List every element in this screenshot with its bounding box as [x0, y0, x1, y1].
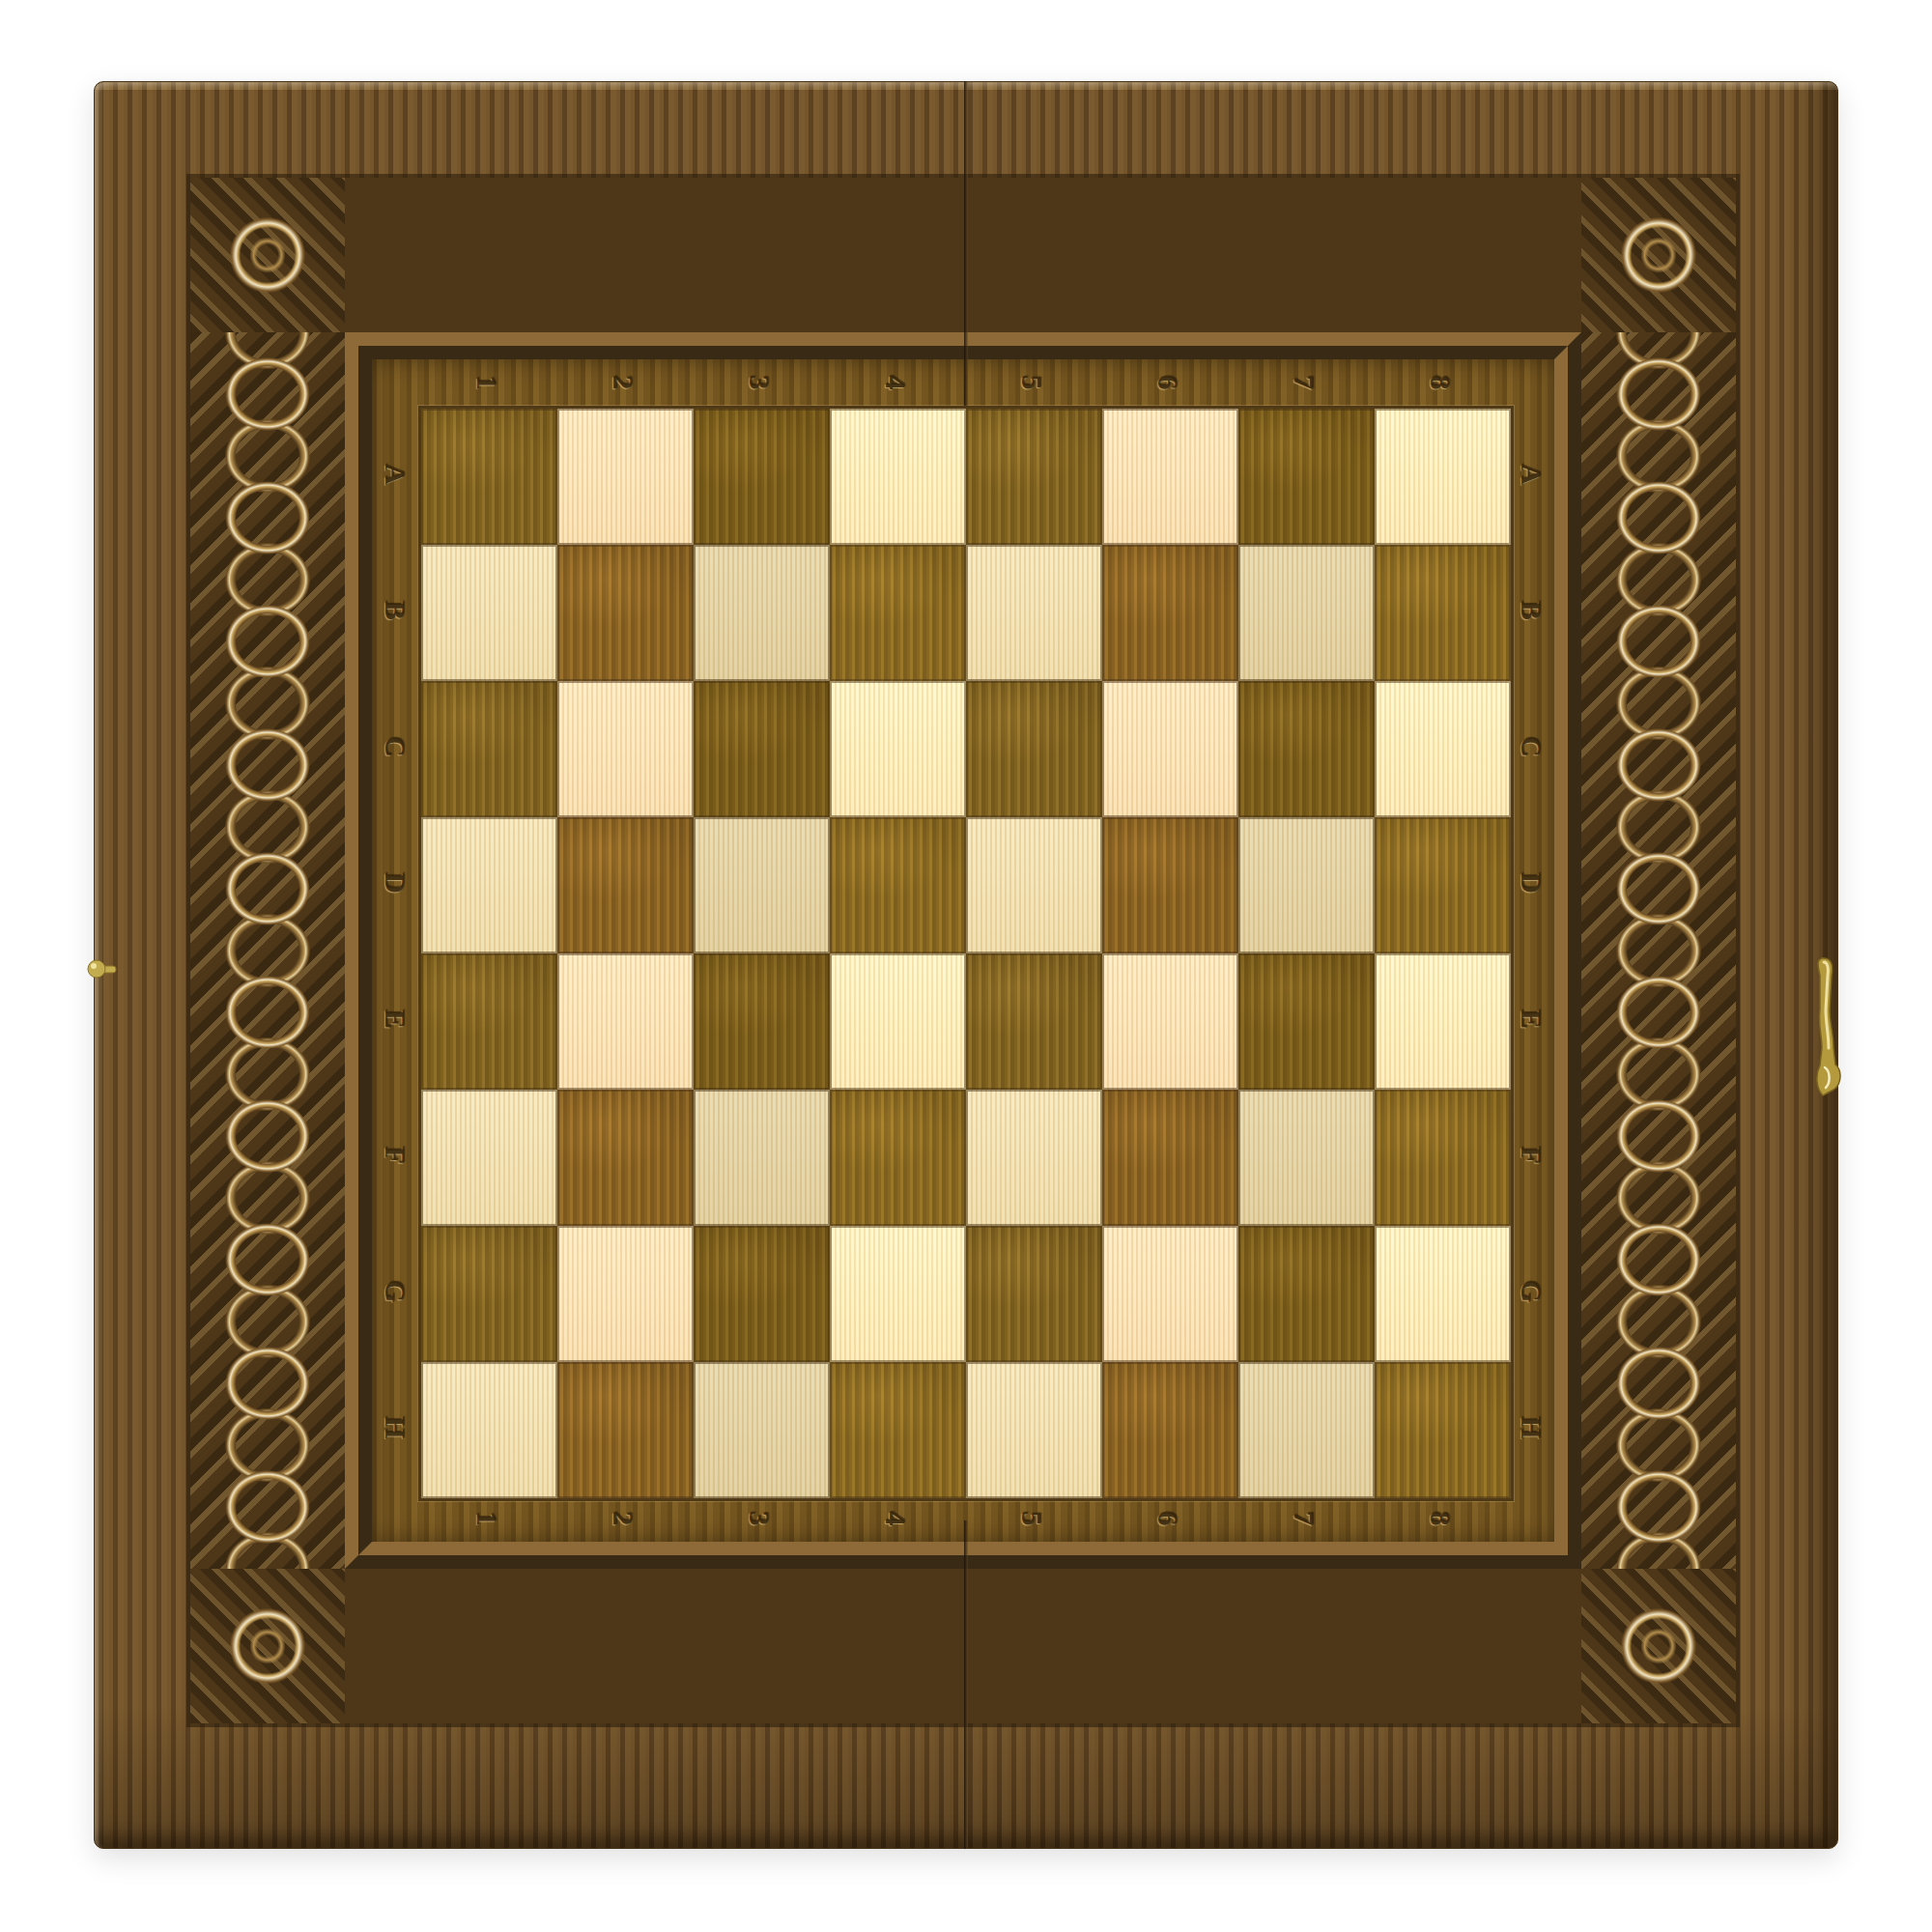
board-square[interactable]: [830, 545, 966, 681]
brass-clasp: [1807, 955, 1844, 1102]
board-square[interactable]: [1375, 817, 1511, 953]
board-square[interactable]: [830, 1226, 966, 1362]
knot-corner-medallion: [190, 1569, 345, 1723]
board-square[interactable]: [694, 1226, 830, 1362]
board-square[interactable]: [557, 409, 694, 545]
board-square[interactable]: [1375, 1226, 1511, 1362]
board-square[interactable]: [966, 1090, 1102, 1226]
board-square[interactable]: [694, 817, 830, 953]
board-square[interactable]: [557, 817, 694, 953]
board-square[interactable]: [557, 681, 694, 817]
board-square[interactable]: [966, 817, 1102, 953]
board-square[interactable]: [1375, 681, 1511, 817]
board-square[interactable]: [1238, 409, 1375, 545]
board-square[interactable]: [966, 681, 1102, 817]
knot-band-left: [190, 332, 345, 1569]
board-square[interactable]: [1238, 1226, 1375, 1362]
board-square[interactable]: [557, 1362, 694, 1498]
board-square[interactable]: [830, 817, 966, 953]
board-square[interactable]: [1102, 681, 1238, 817]
board-square[interactable]: [694, 545, 830, 681]
board-square[interactable]: [557, 1226, 694, 1362]
board-square[interactable]: [966, 545, 1102, 681]
board-square[interactable]: [966, 1362, 1102, 1498]
chess-board-box: 1122334455667788AABBCCDDEEFFGGHH: [94, 81, 1838, 1849]
board-square[interactable]: [421, 1090, 557, 1226]
board-square[interactable]: [694, 409, 830, 545]
knot-corner-medallion: [1581, 1569, 1736, 1723]
board-square[interactable]: [1375, 1090, 1511, 1226]
board-square[interactable]: [1375, 409, 1511, 545]
board-square[interactable]: [1102, 1362, 1238, 1498]
board-square[interactable]: [830, 953, 966, 1090]
board-square[interactable]: [966, 409, 1102, 545]
board-square[interactable]: [421, 1362, 557, 1498]
board-square[interactable]: [421, 1226, 557, 1362]
product-photo: 1122334455667788AABBCCDDEEFFGGHH: [0, 0, 1932, 1932]
knot-corner-medallion: [1581, 178, 1736, 332]
knot-corner-medallion: [190, 178, 345, 332]
board-square[interactable]: [966, 953, 1102, 1090]
board-square[interactable]: [830, 681, 966, 817]
chess-grid: [418, 406, 1514, 1501]
board-square[interactable]: [1375, 953, 1511, 1090]
board-square[interactable]: [966, 1226, 1102, 1362]
board-square[interactable]: [1102, 817, 1238, 953]
board-square[interactable]: [1375, 545, 1511, 681]
board-square[interactable]: [1238, 681, 1375, 817]
board-square[interactable]: [1102, 1226, 1238, 1362]
board-square[interactable]: [830, 409, 966, 545]
board-square[interactable]: [830, 1090, 966, 1226]
board-square[interactable]: [1102, 1090, 1238, 1226]
board-square[interactable]: [421, 953, 557, 1090]
board-square[interactable]: [694, 1362, 830, 1498]
board-square[interactable]: [421, 409, 557, 545]
fold-seam-top: [964, 81, 968, 406]
board-square[interactable]: [1238, 545, 1375, 681]
board-square[interactable]: [1102, 953, 1238, 1090]
board-square[interactable]: [1238, 817, 1375, 953]
board-square[interactable]: [694, 1090, 830, 1226]
board-square[interactable]: [557, 953, 694, 1090]
fold-seam-bottom: [964, 1520, 968, 1849]
board-square[interactable]: [694, 953, 830, 1090]
brass-pin: [87, 955, 120, 984]
board-square[interactable]: [1238, 1090, 1375, 1226]
board-square[interactable]: [694, 681, 830, 817]
knot-band-right: [1581, 332, 1736, 1569]
board-square[interactable]: [1102, 409, 1238, 545]
board-square[interactable]: [1238, 953, 1375, 1090]
board-square[interactable]: [1102, 545, 1238, 681]
board-square[interactable]: [830, 1362, 966, 1498]
knot-band-bottom: [345, 1569, 1581, 1723]
board-square[interactable]: [421, 817, 557, 953]
board-square[interactable]: [557, 545, 694, 681]
board-square[interactable]: [421, 545, 557, 681]
knot-band-top: [345, 178, 1581, 332]
board-square[interactable]: [557, 1090, 694, 1226]
board-square[interactable]: [1238, 1362, 1375, 1498]
board-square[interactable]: [1375, 1362, 1511, 1498]
board-square[interactable]: [421, 681, 557, 817]
